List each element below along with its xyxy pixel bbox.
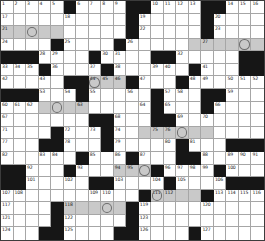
grid-cell[interactable]: 96	[164, 165, 177, 178]
grid-cell[interactable]	[76, 14, 89, 27]
grid-cell[interactable]: 57	[164, 89, 177, 102]
grid-cell[interactable]	[89, 14, 102, 27]
grid-cell[interactable]	[114, 14, 127, 27]
grid-cell[interactable]: 18	[64, 14, 77, 27]
grid-cell[interactable]	[101, 26, 114, 39]
grid-cell[interactable]	[101, 89, 114, 102]
shaded-square[interactable]: 21	[1, 26, 14, 39]
grid-cell[interactable]	[176, 39, 189, 52]
grid-cell[interactable]: 54	[64, 89, 77, 102]
grid-cell[interactable]	[151, 39, 164, 52]
grid-cell[interactable]: 59	[226, 89, 239, 102]
grid-cell[interactable]: 110	[101, 190, 114, 203]
grid-cell[interactable]	[151, 76, 164, 89]
grid-cell[interactable]: 10	[151, 1, 164, 14]
grid-cell[interactable]	[201, 177, 214, 190]
grid-cell[interactable]	[126, 127, 139, 140]
grid-cell[interactable]	[76, 139, 89, 152]
grid-cell[interactable]: 71	[1, 127, 14, 140]
grid-cell[interactable]: 30	[101, 51, 114, 64]
grid-cell[interactable]: 38	[114, 64, 127, 77]
grid-cell[interactable]	[14, 39, 27, 52]
grid-cell[interactable]: 105	[176, 177, 189, 190]
grid-cell[interactable]: 11	[164, 1, 177, 14]
grid-cell[interactable]	[189, 177, 202, 190]
grid-cell[interactable]: 119	[139, 202, 152, 215]
grid-cell[interactable]	[126, 64, 139, 77]
shaded-square[interactable]	[39, 26, 52, 39]
grid-cell[interactable]	[89, 139, 102, 152]
grid-cell[interactable]	[176, 227, 189, 240]
grid-cell[interactable]	[114, 215, 127, 228]
grid-cell[interactable]: 55	[89, 89, 102, 102]
grid-cell[interactable]	[239, 202, 252, 215]
grid-cell[interactable]	[26, 215, 39, 228]
shaded-square[interactable]: 27	[201, 39, 214, 52]
shaded-square[interactable]: 44	[89, 76, 102, 89]
grid-cell[interactable]	[14, 127, 27, 140]
grid-cell[interactable]	[51, 190, 64, 203]
grid-cell[interactable]: 5	[51, 1, 64, 14]
grid-cell[interactable]: 92	[26, 165, 39, 178]
grid-cell[interactable]	[201, 215, 214, 228]
grid-cell[interactable]: 19	[139, 14, 152, 27]
grid-cell[interactable]: 124	[1, 227, 14, 240]
grid-cell[interactable]	[89, 26, 102, 39]
grid-cell[interactable]: 99	[201, 165, 214, 178]
shaded-square[interactable]: 76	[164, 127, 177, 140]
grid-cell[interactable]: 80	[164, 139, 177, 152]
grid-cell[interactable]	[139, 64, 152, 77]
grid-cell[interactable]	[251, 165, 264, 178]
shaded-square[interactable]	[189, 39, 202, 52]
grid-cell[interactable]	[26, 39, 39, 52]
shaded-square[interactable]	[176, 127, 189, 140]
grid-cell[interactable]: 78	[64, 139, 77, 152]
grid-cell[interactable]	[214, 64, 227, 77]
grid-cell[interactable]: 58	[176, 89, 189, 102]
grid-cell[interactable]: 68	[114, 114, 127, 127]
grid-cell[interactable]	[126, 177, 139, 190]
grid-cell[interactable]	[14, 14, 27, 27]
grid-cell[interactable]	[114, 190, 127, 203]
grid-cell[interactable]	[214, 139, 227, 152]
grid-cell[interactable]: 39	[151, 64, 164, 77]
grid-cell[interactable]: 24	[1, 39, 14, 52]
grid-cell[interactable]	[214, 202, 227, 215]
grid-cell[interactable]	[251, 215, 264, 228]
grid-cell[interactable]	[139, 177, 152, 190]
grid-cell[interactable]: 81	[189, 139, 202, 152]
grid-cell[interactable]	[26, 76, 39, 89]
grid-cell[interactable]	[151, 215, 164, 228]
grid-cell[interactable]	[151, 202, 164, 215]
grid-cell[interactable]	[26, 202, 39, 215]
grid-cell[interactable]	[114, 102, 127, 115]
grid-cell[interactable]: 43	[39, 76, 52, 89]
grid-cell[interactable]	[76, 39, 89, 52]
grid-cell[interactable]	[214, 127, 227, 140]
grid-cell[interactable]	[214, 227, 227, 240]
grid-cell[interactable]	[64, 64, 77, 77]
grid-cell[interactable]: 121	[1, 215, 14, 228]
grid-cell[interactable]: 115	[239, 190, 252, 203]
grid-cell[interactable]: 47	[139, 76, 152, 89]
grid-cell[interactable]	[26, 114, 39, 127]
grid-cell[interactable]	[251, 114, 264, 127]
grid-cell[interactable]: 89	[226, 152, 239, 165]
grid-cell[interactable]	[239, 14, 252, 27]
grid-cell[interactable]: 122	[64, 215, 77, 228]
shaded-square[interactable]	[139, 165, 152, 178]
grid-cell[interactable]: 26	[126, 39, 139, 52]
grid-cell[interactable]	[176, 14, 189, 27]
grid-cell[interactable]	[189, 102, 202, 115]
grid-cell[interactable]	[139, 89, 152, 102]
grid-cell[interactable]	[64, 114, 77, 127]
grid-cell[interactable]	[251, 102, 264, 115]
grid-cell[interactable]: 91	[251, 152, 264, 165]
grid-cell[interactable]	[139, 114, 152, 127]
grid-cell[interactable]	[101, 152, 114, 165]
grid-cell[interactable]: 61	[14, 102, 27, 115]
grid-cell[interactable]: 17	[1, 14, 14, 27]
grid-cell[interactable]: 51	[239, 76, 252, 89]
grid-cell[interactable]: 28	[39, 51, 52, 64]
grid-cell[interactable]	[26, 227, 39, 240]
grid-cell[interactable]: 102	[64, 177, 77, 190]
grid-cell[interactable]	[226, 26, 239, 39]
grid-cell[interactable]	[64, 26, 77, 39]
grid-cell[interactable]: 98	[189, 165, 202, 178]
grid-cell[interactable]	[76, 215, 89, 228]
grid-cell[interactable]	[14, 76, 27, 89]
grid-cell[interactable]: 88	[201, 152, 214, 165]
grid-cell[interactable]: 73	[89, 127, 102, 140]
grid-cell[interactable]	[239, 89, 252, 102]
grid-cell[interactable]: 1	[1, 1, 14, 14]
grid-cell[interactable]	[226, 202, 239, 215]
grid-cell[interactable]: 101	[26, 177, 39, 190]
grid-cell[interactable]	[26, 152, 39, 165]
grid-cell[interactable]	[114, 89, 127, 102]
grid-cell[interactable]	[101, 165, 114, 178]
grid-cell[interactable]	[26, 127, 39, 140]
grid-cell[interactable]: 14	[226, 1, 239, 14]
grid-cell[interactable]	[239, 227, 252, 240]
grid-cell[interactable]	[189, 51, 202, 64]
grid-cell[interactable]: 29	[51, 51, 64, 64]
grid-cell[interactable]	[14, 215, 27, 228]
grid-cell[interactable]: 123	[139, 215, 152, 228]
grid-cell[interactable]	[39, 127, 52, 140]
grid-cell[interactable]: 2	[14, 1, 27, 14]
shaded-square[interactable]: 94	[114, 165, 127, 178]
grid-cell[interactable]	[226, 64, 239, 77]
grid-cell[interactable]	[189, 89, 202, 102]
grid-cell[interactable]	[176, 26, 189, 39]
grid-cell[interactable]: 3	[26, 1, 39, 14]
shaded-square[interactable]	[39, 102, 52, 115]
grid-cell[interactable]	[176, 102, 189, 115]
grid-cell[interactable]: 70	[201, 114, 214, 127]
grid-cell[interactable]	[139, 51, 152, 64]
grid-cell[interactable]	[76, 190, 89, 203]
grid-cell[interactable]: 100	[226, 165, 239, 178]
grid-cell[interactable]: 16	[251, 1, 264, 14]
grid-cell[interactable]: 82	[1, 152, 14, 165]
shaded-square[interactable]: 63	[76, 102, 89, 115]
grid-cell[interactable]: 8	[101, 1, 114, 14]
shaded-square[interactable]: 46	[114, 76, 127, 89]
grid-cell[interactable]: 116	[251, 190, 264, 203]
shaded-square[interactable]	[139, 127, 152, 140]
grid-cell[interactable]	[214, 152, 227, 165]
grid-cell[interactable]	[176, 64, 189, 77]
grid-cell[interactable]: 117	[1, 202, 14, 215]
shaded-square[interactable]	[51, 26, 64, 39]
grid-cell[interactable]	[139, 39, 152, 52]
grid-cell[interactable]: 108	[14, 190, 27, 203]
grid-cell[interactable]: 9	[114, 1, 127, 14]
grid-cell[interactable]: 85	[89, 152, 102, 165]
grid-cell[interactable]	[39, 202, 52, 215]
grid-cell[interactable]: 15	[239, 1, 252, 14]
grid-cell[interactable]	[76, 51, 89, 64]
grid-cell[interactable]: 32	[176, 51, 189, 64]
grid-cell[interactable]	[26, 14, 39, 27]
grid-cell[interactable]	[164, 215, 177, 228]
shaded-square[interactable]: 111	[151, 190, 164, 203]
grid-cell[interactable]	[214, 114, 227, 127]
grid-cell[interactable]: 34	[14, 64, 27, 77]
grid-cell[interactable]: 53	[39, 89, 52, 102]
grid-cell[interactable]: 66	[214, 102, 227, 115]
grid-cell[interactable]: 106	[214, 177, 227, 190]
grid-cell[interactable]	[101, 215, 114, 228]
grid-cell[interactable]: 62	[26, 102, 39, 115]
grid-cell[interactable]	[39, 14, 52, 27]
grid-cell[interactable]	[251, 14, 264, 27]
grid-cell[interactable]	[189, 14, 202, 27]
shaded-square[interactable]	[51, 102, 64, 115]
shaded-square[interactable]	[239, 39, 252, 52]
grid-cell[interactable]	[76, 177, 89, 190]
grid-cell[interactable]: 12	[176, 1, 189, 14]
shaded-square[interactable]	[189, 127, 202, 140]
grid-cell[interactable]	[64, 190, 77, 203]
grid-cell[interactable]: 4	[39, 1, 52, 14]
shaded-square[interactable]: 118	[64, 202, 77, 215]
grid-cell[interactable]	[226, 215, 239, 228]
grid-cell[interactable]: 107	[1, 190, 14, 203]
grid-cell[interactable]: 41	[201, 64, 214, 77]
grid-cell[interactable]: 103	[114, 177, 127, 190]
grid-cell[interactable]: 7	[89, 1, 102, 14]
grid-cell[interactable]	[164, 152, 177, 165]
grid-cell[interactable]	[251, 202, 264, 215]
grid-cell[interactable]	[76, 114, 89, 127]
grid-cell[interactable]: 42	[1, 76, 14, 89]
grid-cell[interactable]	[226, 227, 239, 240]
grid-cell[interactable]: 114	[226, 190, 239, 203]
grid-cell[interactable]	[176, 215, 189, 228]
grid-cell[interactable]	[39, 177, 52, 190]
grid-cell[interactable]	[164, 76, 177, 89]
grid-cell[interactable]: 20	[214, 14, 227, 27]
grid-cell[interactable]	[51, 14, 64, 27]
grid-cell[interactable]: 13	[189, 1, 202, 14]
grid-cell[interactable]	[101, 14, 114, 27]
grid-cell[interactable]: 87	[139, 152, 152, 165]
grid-cell[interactable]	[101, 39, 114, 52]
grid-cell[interactable]	[126, 102, 139, 115]
grid-cell[interactable]: 36	[51, 64, 64, 77]
grid-cell[interactable]	[251, 127, 264, 140]
grid-cell[interactable]	[114, 26, 127, 39]
shaded-square[interactable]	[251, 39, 264, 52]
grid-cell[interactable]: 50	[226, 76, 239, 89]
grid-cell[interactable]	[164, 39, 177, 52]
grid-cell[interactable]	[39, 114, 52, 127]
grid-cell[interactable]: 90	[239, 152, 252, 165]
shaded-square[interactable]	[89, 202, 102, 215]
grid-cell[interactable]	[239, 114, 252, 127]
grid-cell[interactable]	[164, 14, 177, 27]
grid-cell[interactable]	[226, 14, 239, 27]
grid-cell[interactable]	[201, 139, 214, 152]
grid-cell[interactable]: 77	[1, 139, 14, 152]
grid-cell[interactable]: 97	[176, 165, 189, 178]
grid-cell[interactable]	[76, 26, 89, 39]
grid-cell[interactable]: 127	[201, 227, 214, 240]
grid-cell[interactable]	[51, 114, 64, 127]
grid-cell[interactable]	[51, 165, 64, 178]
grid-cell[interactable]: 52	[251, 76, 264, 89]
shaded-square[interactable]	[76, 202, 89, 215]
grid-cell[interactable]: 72	[64, 127, 77, 140]
grid-cell[interactable]	[239, 127, 252, 140]
grid-cell[interactable]	[14, 114, 27, 127]
shaded-square[interactable]: 95	[126, 165, 139, 178]
grid-cell[interactable]: 69	[176, 114, 189, 127]
grid-cell[interactable]	[164, 202, 177, 215]
grid-cell[interactable]	[126, 51, 139, 64]
grid-cell[interactable]	[26, 139, 39, 152]
shaded-square[interactable]: 75	[151, 127, 164, 140]
grid-cell[interactable]: 64	[139, 102, 152, 115]
shaded-square[interactable]	[101, 202, 114, 215]
grid-cell[interactable]	[239, 26, 252, 39]
grid-cell[interactable]	[26, 190, 39, 203]
grid-cell[interactable]: 22	[139, 26, 152, 39]
grid-cell[interactable]	[151, 139, 164, 152]
shaded-square[interactable]	[226, 39, 239, 52]
grid-cell[interactable]	[226, 102, 239, 115]
grid-cell[interactable]: 74	[114, 127, 127, 140]
grid-cell[interactable]	[76, 127, 89, 140]
grid-cell[interactable]	[14, 202, 27, 215]
grid-cell[interactable]	[89, 102, 102, 115]
grid-cell[interactable]	[89, 165, 102, 178]
grid-cell[interactable]	[51, 76, 64, 89]
grid-cell[interactable]	[214, 76, 227, 89]
grid-cell[interactable]: 104	[151, 177, 164, 190]
grid-cell[interactable]	[101, 102, 114, 115]
grid-cell[interactable]: 23	[214, 26, 227, 39]
grid-cell[interactable]: 37	[89, 64, 102, 77]
grid-cell[interactable]	[239, 102, 252, 115]
grid-cell[interactable]	[214, 215, 227, 228]
grid-cell[interactable]	[226, 114, 239, 127]
grid-cell[interactable]	[189, 202, 202, 215]
grid-cell[interactable]: 113	[214, 190, 227, 203]
grid-cell[interactable]: 60	[1, 102, 14, 115]
grid-cell[interactable]	[51, 89, 64, 102]
grid-cell[interactable]	[89, 39, 102, 52]
grid-cell[interactable]: 48	[189, 76, 202, 89]
grid-cell[interactable]	[189, 215, 202, 228]
grid-cell[interactable]	[176, 202, 189, 215]
grid-cell[interactable]	[39, 190, 52, 203]
grid-cell[interactable]	[226, 51, 239, 64]
grid-cell[interactable]	[89, 215, 102, 228]
shaded-square[interactable]	[189, 190, 202, 203]
grid-cell[interactable]	[126, 190, 139, 203]
grid-cell[interactable]	[126, 114, 139, 127]
grid-cell[interactable]: 40	[164, 64, 177, 77]
grid-cell[interactable]	[139, 139, 152, 152]
grid-cell[interactable]	[39, 215, 52, 228]
shaded-square[interactable]	[201, 127, 214, 140]
grid-cell[interactable]	[189, 114, 202, 127]
grid-cell[interactable]: 65	[164, 102, 177, 115]
shaded-square[interactable]: 45	[101, 76, 114, 89]
grid-cell[interactable]	[214, 51, 227, 64]
shaded-square[interactable]	[26, 26, 39, 39]
grid-cell[interactable]	[14, 227, 27, 240]
shaded-square[interactable]	[114, 202, 127, 215]
grid-cell[interactable]: 6	[76, 1, 89, 14]
grid-cell[interactable]	[164, 26, 177, 39]
grid-cell[interactable]: 49	[201, 76, 214, 89]
grid-cell[interactable]	[39, 165, 52, 178]
grid-cell[interactable]	[151, 152, 164, 165]
grid-cell[interactable]	[239, 215, 252, 228]
grid-cell[interactable]	[251, 89, 264, 102]
grid-cell[interactable]	[101, 227, 114, 240]
shaded-square[interactable]	[176, 190, 189, 203]
grid-cell[interactable]: 126	[139, 227, 152, 240]
grid-cell[interactable]: 79	[114, 139, 127, 152]
shaded-square[interactable]	[14, 26, 27, 39]
grid-cell[interactable]: 56	[126, 89, 139, 102]
grid-cell[interactable]: 120	[201, 202, 214, 215]
grid-cell[interactable]	[76, 227, 89, 240]
grid-cell[interactable]	[151, 26, 164, 39]
grid-cell[interactable]: 33	[1, 64, 14, 77]
grid-cell[interactable]: 84	[51, 152, 64, 165]
grid-cell[interactable]	[239, 165, 252, 178]
grid-cell[interactable]	[251, 227, 264, 240]
grid-cell[interactable]	[164, 227, 177, 240]
grid-cell[interactable]: 125	[64, 227, 77, 240]
grid-cell[interactable]	[251, 26, 264, 39]
shaded-square[interactable]: 112	[164, 190, 177, 203]
grid-cell[interactable]: 35	[26, 64, 39, 77]
grid-cell[interactable]: 83	[39, 152, 52, 165]
grid-cell[interactable]	[201, 51, 214, 64]
